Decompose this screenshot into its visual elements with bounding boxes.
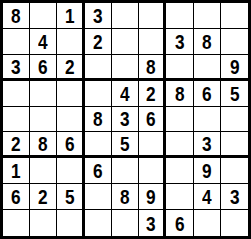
cell-r5c4[interactable]: 8 bbox=[85, 107, 112, 133]
digit-glyph: 4 bbox=[202, 186, 212, 207]
cell-r2c4[interactable]: 2 bbox=[85, 29, 112, 55]
cell-r1c3[interactable]: 1 bbox=[57, 3, 84, 29]
cell-r7c5[interactable] bbox=[112, 158, 139, 184]
cell-r7c3[interactable] bbox=[57, 158, 84, 184]
digit-glyph: 3 bbox=[202, 133, 212, 154]
cell-r5c8[interactable] bbox=[194, 107, 221, 133]
cell-r2c2[interactable]: 4 bbox=[30, 29, 57, 55]
cell-r5c7[interactable] bbox=[166, 107, 193, 133]
digit-glyph: 6 bbox=[93, 160, 103, 181]
digit-glyph: 3 bbox=[146, 213, 156, 234]
cell-r6c5[interactable]: 5 bbox=[112, 132, 139, 158]
digit-glyph: 6 bbox=[11, 186, 21, 207]
digit-glyph: 6 bbox=[202, 83, 212, 104]
cell-r6c7[interactable] bbox=[166, 132, 193, 158]
cell-r1c8[interactable] bbox=[194, 3, 221, 29]
cell-r2c1[interactable] bbox=[3, 29, 30, 55]
cell-r3c5[interactable] bbox=[112, 55, 139, 81]
cell-r8c5[interactable]: 8 bbox=[112, 184, 139, 210]
cell-r4c5[interactable]: 4 bbox=[112, 81, 139, 107]
cell-r2c9[interactable] bbox=[221, 29, 248, 55]
digit-glyph: 5 bbox=[230, 83, 240, 104]
digit-glyph: 8 bbox=[146, 56, 156, 77]
digit-glyph: 1 bbox=[65, 5, 75, 26]
cell-r6c3[interactable]: 6 bbox=[57, 132, 84, 158]
cell-r9c5[interactable] bbox=[112, 210, 139, 236]
cell-r9c2[interactable] bbox=[30, 210, 57, 236]
cell-r1c1[interactable]: 8 bbox=[3, 3, 30, 29]
digit-glyph: 3 bbox=[175, 31, 185, 52]
digit-glyph: 3 bbox=[230, 186, 240, 207]
cell-r7c6[interactable] bbox=[139, 158, 166, 184]
cell-r1c6[interactable] bbox=[139, 3, 166, 29]
cell-r9c8[interactable] bbox=[194, 210, 221, 236]
cell-r1c2[interactable] bbox=[30, 3, 57, 29]
digit-glyph: 3 bbox=[93, 5, 103, 26]
digit-glyph: 4 bbox=[120, 83, 130, 104]
cell-r6c6[interactable] bbox=[139, 132, 166, 158]
cell-r6c8[interactable]: 3 bbox=[194, 132, 221, 158]
cell-r7c4[interactable]: 6 bbox=[85, 158, 112, 184]
cell-r1c9[interactable] bbox=[221, 3, 248, 29]
digit-glyph: 2 bbox=[146, 83, 156, 104]
cell-r8c9[interactable]: 3 bbox=[221, 184, 248, 210]
cell-r5c6[interactable]: 6 bbox=[139, 107, 166, 133]
cell-r3c7[interactable] bbox=[166, 55, 193, 81]
cell-r8c1[interactable]: 6 bbox=[3, 184, 30, 210]
digit-glyph: 2 bbox=[93, 31, 103, 52]
cell-r9c1[interactable] bbox=[3, 210, 30, 236]
digit-glyph: 8 bbox=[202, 31, 212, 52]
cell-r3c6[interactable]: 8 bbox=[139, 55, 166, 81]
cell-r9c4[interactable] bbox=[85, 210, 112, 236]
digit-glyph: 9 bbox=[202, 160, 212, 181]
digit-glyph: 3 bbox=[11, 56, 21, 77]
cell-r2c7[interactable]: 3 bbox=[166, 29, 193, 55]
cell-r5c1[interactable] bbox=[3, 107, 30, 133]
cell-r4c3[interactable] bbox=[57, 81, 84, 107]
cell-r8c4[interactable] bbox=[85, 184, 112, 210]
digit-glyph: 8 bbox=[39, 133, 49, 154]
sudoku-board: 8134238362894286583628653169625894336 bbox=[0, 0, 251, 239]
digit-glyph: 8 bbox=[11, 5, 21, 26]
cell-r1c5[interactable] bbox=[112, 3, 139, 29]
cell-r4c4[interactable] bbox=[85, 81, 112, 107]
cell-r7c7[interactable] bbox=[166, 158, 193, 184]
cell-r7c2[interactable] bbox=[30, 158, 57, 184]
cell-r1c4[interactable]: 3 bbox=[85, 3, 112, 29]
cell-r6c4[interactable] bbox=[85, 132, 112, 158]
cell-r4c6[interactable]: 2 bbox=[139, 81, 166, 107]
digit-glyph: 9 bbox=[230, 56, 240, 77]
cell-r8c6[interactable]: 9 bbox=[139, 184, 166, 210]
cell-r7c8[interactable]: 9 bbox=[194, 158, 221, 184]
cell-r3c1[interactable]: 3 bbox=[3, 55, 30, 81]
digit-glyph: 6 bbox=[39, 56, 49, 77]
cell-r4c7[interactable]: 8 bbox=[166, 81, 193, 107]
cell-r3c8[interactable] bbox=[194, 55, 221, 81]
cell-r4c9[interactable]: 5 bbox=[221, 81, 248, 107]
digit-glyph: 5 bbox=[65, 186, 75, 207]
digit-glyph: 9 bbox=[146, 186, 156, 207]
cell-r3c9[interactable]: 9 bbox=[221, 55, 248, 81]
cell-r4c1[interactable] bbox=[3, 81, 30, 107]
cell-r8c7[interactable] bbox=[166, 184, 193, 210]
digit-glyph: 6 bbox=[175, 213, 185, 234]
cell-r5c2[interactable] bbox=[30, 107, 57, 133]
cell-r8c8[interactable]: 4 bbox=[194, 184, 221, 210]
digit-glyph: 3 bbox=[120, 108, 130, 129]
cell-r6c1[interactable]: 2 bbox=[3, 132, 30, 158]
digit-glyph: 8 bbox=[120, 186, 130, 207]
cell-r1c7[interactable] bbox=[166, 3, 193, 29]
digit-glyph: 8 bbox=[175, 83, 185, 104]
cell-r7c1[interactable]: 1 bbox=[3, 158, 30, 184]
digit-glyph: 2 bbox=[65, 56, 75, 77]
cell-r4c8[interactable]: 6 bbox=[194, 81, 221, 107]
digit-glyph: 1 bbox=[11, 160, 21, 181]
cell-r5c3[interactable] bbox=[57, 107, 84, 133]
cell-r6c9[interactable] bbox=[221, 132, 248, 158]
cell-r9c9[interactable] bbox=[221, 210, 248, 236]
cell-r9c3[interactable] bbox=[57, 210, 84, 236]
digit-glyph: 6 bbox=[146, 108, 156, 129]
digit-glyph: 6 bbox=[65, 133, 75, 154]
cell-r7c9[interactable] bbox=[221, 158, 248, 184]
cell-r2c8[interactable]: 8 bbox=[194, 29, 221, 55]
cell-r3c2[interactable]: 6 bbox=[30, 55, 57, 81]
digit-glyph: 2 bbox=[39, 186, 49, 207]
digit-glyph: 2 bbox=[11, 133, 21, 154]
digit-glyph: 5 bbox=[120, 133, 130, 154]
cell-r5c9[interactable] bbox=[221, 107, 248, 133]
cell-r6c2[interactable]: 8 bbox=[30, 132, 57, 158]
cell-r9c7[interactable]: 6 bbox=[166, 210, 193, 236]
cell-r3c4[interactable] bbox=[85, 55, 112, 81]
cell-r2c3[interactable] bbox=[57, 29, 84, 55]
digit-glyph: 4 bbox=[39, 31, 49, 52]
cell-r2c5[interactable] bbox=[112, 29, 139, 55]
cell-r8c2[interactable]: 2 bbox=[30, 184, 57, 210]
cell-r5c5[interactable]: 3 bbox=[112, 107, 139, 133]
cell-r8c3[interactable]: 5 bbox=[57, 184, 84, 210]
cell-r9c6[interactable]: 3 bbox=[139, 210, 166, 236]
cell-r4c2[interactable] bbox=[30, 81, 57, 107]
digit-glyph: 8 bbox=[93, 108, 103, 129]
cell-r2c6[interactable] bbox=[139, 29, 166, 55]
cell-r3c3[interactable]: 2 bbox=[57, 55, 84, 81]
